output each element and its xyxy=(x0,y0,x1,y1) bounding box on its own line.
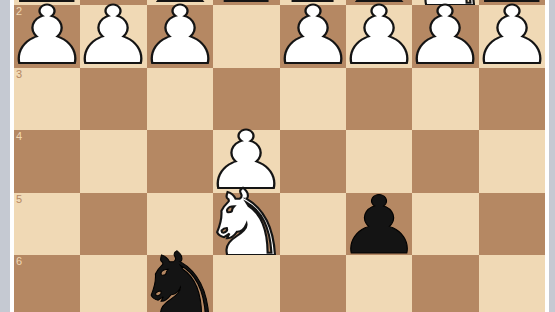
rank-label-4: 4 xyxy=(16,131,22,142)
chess-board[interactable]: ♜♝♚♛♝♞♜2♟♟♟♟♟♟♟34♟5♞♟6♞ xyxy=(14,0,545,312)
square-b2[interactable]: ♟ xyxy=(412,5,478,68)
rank-label-6: 6 xyxy=(16,256,22,267)
square-h4[interactable]: 4 xyxy=(14,130,80,193)
square-a4[interactable] xyxy=(479,130,545,193)
rank-label-3: 3 xyxy=(16,69,22,80)
square-e2[interactable] xyxy=(213,5,279,68)
square-b5[interactable] xyxy=(412,193,478,256)
square-g2[interactable]: ♟ xyxy=(80,5,146,68)
square-e6[interactable] xyxy=(213,255,279,312)
square-c6[interactable] xyxy=(346,255,412,312)
square-h6[interactable]: 6 xyxy=(14,255,80,312)
square-c3[interactable] xyxy=(346,68,412,131)
square-h3[interactable]: 3 xyxy=(14,68,80,131)
square-f6[interactable]: ♞ xyxy=(147,255,213,312)
square-a3[interactable] xyxy=(479,68,545,131)
square-b6[interactable] xyxy=(412,255,478,312)
white-pawn-f2[interactable]: ♟ xyxy=(141,5,219,68)
square-d6[interactable] xyxy=(280,255,346,312)
square-g3[interactable] xyxy=(80,68,146,131)
square-b4[interactable] xyxy=(412,130,478,193)
black-knight-f6[interactable]: ♞ xyxy=(143,255,216,312)
square-g4[interactable] xyxy=(80,130,146,193)
square-c5[interactable]: ♟ xyxy=(346,193,412,256)
square-a6[interactable] xyxy=(479,255,545,312)
rank-label-5: 5 xyxy=(16,194,22,205)
square-a2[interactable]: ♟ xyxy=(479,5,545,68)
page-frame: ♜♝♚♛♝♞♜2♟♟♟♟♟♟♟34♟5♞♟6♞ xyxy=(0,0,555,312)
square-b3[interactable] xyxy=(412,68,478,131)
white-pawn-a2[interactable]: ♟ xyxy=(473,5,545,68)
square-a5[interactable] xyxy=(479,193,545,256)
square-f2[interactable]: ♟ xyxy=(147,5,213,68)
square-d3[interactable] xyxy=(280,68,346,131)
square-h5[interactable]: 5 xyxy=(14,193,80,256)
black-pawn-c5[interactable]: ♟ xyxy=(340,195,418,258)
